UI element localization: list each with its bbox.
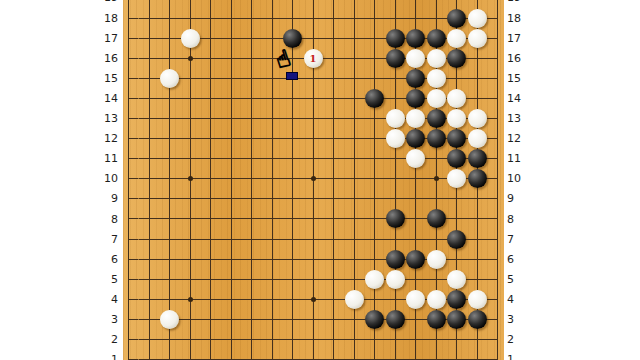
intersection-A9[interactable] — [118, 189, 139, 209]
intersection-J10[interactable] — [282, 169, 303, 189]
intersection-M5[interactable] — [344, 269, 365, 289]
intersection-T1[interactable] — [487, 350, 508, 360]
intersection-S6[interactable] — [467, 249, 488, 269]
intersection-A12[interactable] — [118, 129, 139, 149]
intersection-A4[interactable] — [118, 289, 139, 309]
intersection-R11[interactable] — [446, 149, 467, 169]
intersection-S9[interactable] — [467, 189, 488, 209]
intersection-Q3[interactable] — [426, 309, 447, 329]
intersection-G5[interactable] — [241, 269, 262, 289]
intersection-Q6[interactable] — [426, 249, 447, 269]
intersection-J4[interactable] — [282, 289, 303, 309]
intersection-K12[interactable] — [303, 129, 324, 149]
intersection-N13[interactable] — [364, 108, 385, 128]
intersection-B19[interactable] — [139, 0, 160, 8]
intersection-R13[interactable] — [446, 108, 467, 128]
intersection-G6[interactable] — [241, 249, 262, 269]
intersection-C17[interactable] — [159, 28, 180, 48]
intersection-K5[interactable] — [303, 269, 324, 289]
intersection-D4[interactable] — [180, 289, 201, 309]
intersection-C3[interactable] — [159, 309, 180, 329]
intersection-R4[interactable] — [446, 289, 467, 309]
intersection-P9[interactable] — [405, 189, 426, 209]
intersection-L16[interactable] — [323, 48, 344, 68]
intersection-Q7[interactable] — [426, 229, 447, 249]
intersection-B15[interactable] — [139, 68, 160, 88]
intersection-E14[interactable] — [200, 88, 221, 108]
intersection-G13[interactable] — [241, 108, 262, 128]
intersection-K6[interactable] — [303, 249, 324, 269]
intersection-R18[interactable] — [446, 8, 467, 28]
intersection-H2[interactable] — [262, 329, 283, 349]
intersection-P6[interactable] — [405, 249, 426, 269]
intersection-F15[interactable] — [221, 68, 242, 88]
intersection-F19[interactable] — [221, 0, 242, 8]
intersection-T5[interactable] — [487, 269, 508, 289]
intersection-C16[interactable] — [159, 48, 180, 68]
intersection-L11[interactable] — [323, 149, 344, 169]
intersection-F3[interactable] — [221, 309, 242, 329]
intersection-D14[interactable] — [180, 88, 201, 108]
intersection-C15[interactable] — [159, 68, 180, 88]
intersection-F4[interactable] — [221, 289, 242, 309]
intersection-K9[interactable] — [303, 189, 324, 209]
intersection-G8[interactable] — [241, 209, 262, 229]
intersection-T17[interactable] — [487, 28, 508, 48]
intersection-H17[interactable] — [262, 28, 283, 48]
intersection-R12[interactable] — [446, 129, 467, 149]
intersection-G16[interactable] — [241, 48, 262, 68]
intersection-L7[interactable] — [323, 229, 344, 249]
intersection-E11[interactable] — [200, 149, 221, 169]
intersection-O19[interactable] — [385, 0, 406, 8]
intersection-O5[interactable] — [385, 269, 406, 289]
intersection-N19[interactable] — [364, 0, 385, 8]
intersection-O3[interactable] — [385, 309, 406, 329]
intersection-B12[interactable] — [139, 129, 160, 149]
intersection-H13[interactable] — [262, 108, 283, 128]
intersection-N5[interactable] — [364, 269, 385, 289]
intersection-J9[interactable] — [282, 189, 303, 209]
intersection-P12[interactable] — [405, 129, 426, 149]
intersection-R10[interactable] — [446, 169, 467, 189]
intersection-G12[interactable] — [241, 129, 262, 149]
intersection-S14[interactable] — [467, 88, 488, 108]
intersection-H5[interactable] — [262, 269, 283, 289]
intersection-M18[interactable] — [344, 8, 365, 28]
intersection-S5[interactable] — [467, 269, 488, 289]
intersection-H3[interactable] — [262, 309, 283, 329]
intersection-J3[interactable] — [282, 309, 303, 329]
intersection-K15[interactable] — [303, 68, 324, 88]
intersection-Q10[interactable] — [426, 169, 447, 189]
intersection-K3[interactable] — [303, 309, 324, 329]
intersection-P1[interactable] — [405, 350, 426, 360]
intersection-L18[interactable] — [323, 8, 344, 28]
intersection-B13[interactable] — [139, 108, 160, 128]
intersection-L2[interactable] — [323, 329, 344, 349]
intersection-B2[interactable] — [139, 329, 160, 349]
intersection-S3[interactable] — [467, 309, 488, 329]
intersection-D2[interactable] — [180, 329, 201, 349]
intersection-Q11[interactable] — [426, 149, 447, 169]
intersection-Q1[interactable] — [426, 350, 447, 360]
intersection-P2[interactable] — [405, 329, 426, 349]
intersection-C19[interactable] — [159, 0, 180, 8]
intersection-C7[interactable] — [159, 229, 180, 249]
intersection-F10[interactable] — [221, 169, 242, 189]
intersection-N15[interactable] — [364, 68, 385, 88]
intersection-H14[interactable] — [262, 88, 283, 108]
intersection-P3[interactable] — [405, 309, 426, 329]
intersection-T2[interactable] — [487, 329, 508, 349]
intersection-E17[interactable] — [200, 28, 221, 48]
intersection-B4[interactable] — [139, 289, 160, 309]
intersection-F6[interactable] — [221, 249, 242, 269]
intersection-L1[interactable] — [323, 350, 344, 360]
intersection-S13[interactable] — [467, 108, 488, 128]
intersection-D6[interactable] — [180, 249, 201, 269]
intersection-A18[interactable] — [118, 8, 139, 28]
intersection-M10[interactable] — [344, 169, 365, 189]
intersection-S19[interactable] — [467, 0, 488, 8]
intersection-J12[interactable] — [282, 129, 303, 149]
intersection-C6[interactable] — [159, 249, 180, 269]
intersection-M9[interactable] — [344, 189, 365, 209]
intersection-B14[interactable] — [139, 88, 160, 108]
intersection-H9[interactable] — [262, 189, 283, 209]
intersection-A15[interactable] — [118, 68, 139, 88]
intersection-C4[interactable] — [159, 289, 180, 309]
intersection-T12[interactable] — [487, 129, 508, 149]
intersection-P16[interactable] — [405, 48, 426, 68]
intersection-D13[interactable] — [180, 108, 201, 128]
intersection-K17[interactable] — [303, 28, 324, 48]
intersection-A14[interactable] — [118, 88, 139, 108]
intersection-J5[interactable] — [282, 269, 303, 289]
intersection-S12[interactable] — [467, 129, 488, 149]
intersection-P11[interactable] — [405, 149, 426, 169]
intersection-S18[interactable] — [467, 8, 488, 28]
intersection-M19[interactable] — [344, 0, 365, 8]
intersection-E3[interactable] — [200, 309, 221, 329]
intersection-K7[interactable] — [303, 229, 324, 249]
intersection-L6[interactable] — [323, 249, 344, 269]
intersection-K18[interactable] — [303, 8, 324, 28]
intersection-C14[interactable] — [159, 88, 180, 108]
intersection-K10[interactable] — [303, 169, 324, 189]
intersection-G15[interactable] — [241, 68, 262, 88]
intersection-Q4[interactable] — [426, 289, 447, 309]
intersection-E12[interactable] — [200, 129, 221, 149]
intersection-E5[interactable] — [200, 269, 221, 289]
intersection-C8[interactable] — [159, 209, 180, 229]
intersection-B6[interactable] — [139, 249, 160, 269]
intersection-D11[interactable] — [180, 149, 201, 169]
intersection-B5[interactable] — [139, 269, 160, 289]
intersection-O7[interactable] — [385, 229, 406, 249]
intersection-O4[interactable] — [385, 289, 406, 309]
intersection-M2[interactable] — [344, 329, 365, 349]
intersection-J8[interactable] — [282, 209, 303, 229]
intersection-K1[interactable] — [303, 350, 324, 360]
intersection-R5[interactable] — [446, 269, 467, 289]
intersection-L15[interactable] — [323, 68, 344, 88]
intersection-N17[interactable] — [364, 28, 385, 48]
intersection-T15[interactable] — [487, 68, 508, 88]
intersection-F12[interactable] — [221, 129, 242, 149]
intersection-D8[interactable] — [180, 209, 201, 229]
intersection-M13[interactable] — [344, 108, 365, 128]
intersection-O6[interactable] — [385, 249, 406, 269]
intersection-Q17[interactable] — [426, 28, 447, 48]
intersection-A13[interactable] — [118, 108, 139, 128]
intersection-D9[interactable] — [180, 189, 201, 209]
intersection-A16[interactable] — [118, 48, 139, 68]
intersection-H11[interactable] — [262, 149, 283, 169]
intersection-R16[interactable] — [446, 48, 467, 68]
intersection-T9[interactable] — [487, 189, 508, 209]
intersection-M12[interactable] — [344, 129, 365, 149]
intersection-H19[interactable] — [262, 0, 283, 8]
intersection-R14[interactable] — [446, 88, 467, 108]
intersection-G14[interactable] — [241, 88, 262, 108]
intersection-J1[interactable] — [282, 350, 303, 360]
intersection-N2[interactable] — [364, 329, 385, 349]
intersection-C11[interactable] — [159, 149, 180, 169]
intersection-N8[interactable] — [364, 209, 385, 229]
intersection-G7[interactable] — [241, 229, 262, 249]
intersection-A19[interactable] — [118, 0, 139, 8]
intersection-N3[interactable] — [364, 309, 385, 329]
intersection-S15[interactable] — [467, 68, 488, 88]
intersection-N14[interactable] — [364, 88, 385, 108]
intersection-C9[interactable] — [159, 189, 180, 209]
intersection-Q18[interactable] — [426, 8, 447, 28]
intersection-P8[interactable] — [405, 209, 426, 229]
intersection-P4[interactable] — [405, 289, 426, 309]
intersection-Q9[interactable] — [426, 189, 447, 209]
intersection-G19[interactable] — [241, 0, 262, 8]
intersection-M11[interactable] — [344, 149, 365, 169]
intersection-Q15[interactable] — [426, 68, 447, 88]
intersection-N12[interactable] — [364, 129, 385, 149]
intersection-E19[interactable] — [200, 0, 221, 8]
intersection-B17[interactable] — [139, 28, 160, 48]
intersection-C13[interactable] — [159, 108, 180, 128]
intersection-P17[interactable] — [405, 28, 426, 48]
intersection-M8[interactable] — [344, 209, 365, 229]
intersection-L13[interactable] — [323, 108, 344, 128]
intersection-G17[interactable] — [241, 28, 262, 48]
intersection-R9[interactable] — [446, 189, 467, 209]
intersection-M6[interactable] — [344, 249, 365, 269]
intersection-H4[interactable] — [262, 289, 283, 309]
intersection-O13[interactable] — [385, 108, 406, 128]
intersection-A6[interactable] — [118, 249, 139, 269]
intersection-R15[interactable] — [446, 68, 467, 88]
intersection-E16[interactable] — [200, 48, 221, 68]
intersection-R19[interactable] — [446, 0, 467, 8]
intersection-O12[interactable] — [385, 129, 406, 149]
intersection-D10[interactable] — [180, 169, 201, 189]
intersection-B9[interactable] — [139, 189, 160, 209]
intersection-A8[interactable] — [118, 209, 139, 229]
intersection-P13[interactable] — [405, 108, 426, 128]
intersection-J14[interactable] — [282, 88, 303, 108]
intersection-B3[interactable] — [139, 309, 160, 329]
intersection-P15[interactable] — [405, 68, 426, 88]
intersection-C10[interactable] — [159, 169, 180, 189]
intersection-H18[interactable] — [262, 8, 283, 28]
intersection-J18[interactable] — [282, 8, 303, 28]
intersection-K4[interactable] — [303, 289, 324, 309]
intersection-T13[interactable] — [487, 108, 508, 128]
intersection-B16[interactable] — [139, 48, 160, 68]
intersection-S8[interactable] — [467, 209, 488, 229]
intersection-B10[interactable] — [139, 169, 160, 189]
intersection-J11[interactable] — [282, 149, 303, 169]
intersection-F17[interactable] — [221, 28, 242, 48]
intersection-N9[interactable] — [364, 189, 385, 209]
intersection-S7[interactable] — [467, 229, 488, 249]
intersection-G9[interactable] — [241, 189, 262, 209]
intersection-C18[interactable] — [159, 8, 180, 28]
intersection-F9[interactable] — [221, 189, 242, 209]
intersection-Q19[interactable] — [426, 0, 447, 8]
intersection-R1[interactable] — [446, 350, 467, 360]
intersection-L19[interactable] — [323, 0, 344, 8]
intersection-O10[interactable] — [385, 169, 406, 189]
intersection-H10[interactable] — [262, 169, 283, 189]
intersection-A3[interactable] — [118, 309, 139, 329]
intersection-O14[interactable] — [385, 88, 406, 108]
intersection-K19[interactable] — [303, 0, 324, 8]
intersection-L4[interactable] — [323, 289, 344, 309]
intersection-A7[interactable] — [118, 229, 139, 249]
intersection-F14[interactable] — [221, 88, 242, 108]
intersection-J2[interactable] — [282, 329, 303, 349]
intersection-L8[interactable] — [323, 209, 344, 229]
intersection-B18[interactable] — [139, 8, 160, 28]
intersection-E7[interactable] — [200, 229, 221, 249]
intersection-O9[interactable] — [385, 189, 406, 209]
intersection-A2[interactable] — [118, 329, 139, 349]
intersection-F11[interactable] — [221, 149, 242, 169]
intersection-E8[interactable] — [200, 209, 221, 229]
intersection-T11[interactable] — [487, 149, 508, 169]
intersection-R3[interactable] — [446, 309, 467, 329]
intersection-M15[interactable] — [344, 68, 365, 88]
intersection-L10[interactable] — [323, 169, 344, 189]
intersection-Q8[interactable] — [426, 209, 447, 229]
intersection-E9[interactable] — [200, 189, 221, 209]
intersection-J6[interactable] — [282, 249, 303, 269]
intersection-D16[interactable] — [180, 48, 201, 68]
intersection-A1[interactable] — [118, 350, 139, 360]
intersection-S2[interactable] — [467, 329, 488, 349]
intersection-O17[interactable] — [385, 28, 406, 48]
intersection-E2[interactable] — [200, 329, 221, 349]
intersection-C5[interactable] — [159, 269, 180, 289]
intersection-T7[interactable] — [487, 229, 508, 249]
intersection-E15[interactable] — [200, 68, 221, 88]
intersection-F18[interactable] — [221, 8, 242, 28]
intersection-S4[interactable] — [467, 289, 488, 309]
intersection-R17[interactable] — [446, 28, 467, 48]
intersection-A17[interactable] — [118, 28, 139, 48]
intersection-K14[interactable] — [303, 88, 324, 108]
intersection-M3[interactable] — [344, 309, 365, 329]
intersection-L3[interactable] — [323, 309, 344, 329]
intersection-G11[interactable] — [241, 149, 262, 169]
intersection-P10[interactable] — [405, 169, 426, 189]
intersection-R7[interactable] — [446, 229, 467, 249]
intersection-N7[interactable] — [364, 229, 385, 249]
intersection-B11[interactable] — [139, 149, 160, 169]
intersection-N1[interactable] — [364, 350, 385, 360]
intersection-F1[interactable] — [221, 350, 242, 360]
intersection-S10[interactable] — [467, 169, 488, 189]
intersection-D19[interactable] — [180, 0, 201, 8]
intersection-B1[interactable] — [139, 350, 160, 360]
intersection-J7[interactable] — [282, 229, 303, 249]
intersection-D5[interactable] — [180, 269, 201, 289]
intersection-T18[interactable] — [487, 8, 508, 28]
intersection-F16[interactable] — [221, 48, 242, 68]
intersection-R2[interactable] — [446, 329, 467, 349]
intersection-P14[interactable] — [405, 88, 426, 108]
intersection-N18[interactable] — [364, 8, 385, 28]
intersection-E4[interactable] — [200, 289, 221, 309]
intersection-T10[interactable] — [487, 169, 508, 189]
intersection-S11[interactable] — [467, 149, 488, 169]
intersection-B8[interactable] — [139, 209, 160, 229]
intersection-C1[interactable] — [159, 350, 180, 360]
intersection-T19[interactable] — [487, 0, 508, 8]
intersection-L5[interactable] — [323, 269, 344, 289]
intersection-D18[interactable] — [180, 8, 201, 28]
intersection-C2[interactable] — [159, 329, 180, 349]
intersection-M14[interactable] — [344, 88, 365, 108]
intersection-F13[interactable] — [221, 108, 242, 128]
intersection-S17[interactable] — [467, 28, 488, 48]
intersection-A10[interactable] — [118, 169, 139, 189]
intersection-M7[interactable] — [344, 229, 365, 249]
intersection-N10[interactable] — [364, 169, 385, 189]
intersection-O16[interactable] — [385, 48, 406, 68]
intersection-E10[interactable] — [200, 169, 221, 189]
intersection-L9[interactable] — [323, 189, 344, 209]
intersection-P18[interactable] — [405, 8, 426, 28]
intersection-T3[interactable] — [487, 309, 508, 329]
intersection-N16[interactable] — [364, 48, 385, 68]
intersection-O11[interactable] — [385, 149, 406, 169]
intersection-G10[interactable] — [241, 169, 262, 189]
intersection-D12[interactable] — [180, 129, 201, 149]
intersection-N4[interactable] — [364, 289, 385, 309]
intersection-N6[interactable] — [364, 249, 385, 269]
intersection-K13[interactable] — [303, 108, 324, 128]
intersection-O15[interactable] — [385, 68, 406, 88]
intersection-F2[interactable] — [221, 329, 242, 349]
intersection-E1[interactable] — [200, 350, 221, 360]
intersection-O8[interactable] — [385, 209, 406, 229]
intersection-M16[interactable] — [344, 48, 365, 68]
intersection-F7[interactable] — [221, 229, 242, 249]
intersection-K11[interactable] — [303, 149, 324, 169]
intersection-D17[interactable] — [180, 28, 201, 48]
